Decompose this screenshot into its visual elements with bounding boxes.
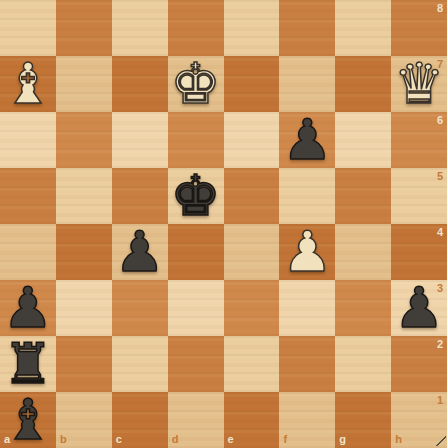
- square-f8[interactable]: [279, 0, 335, 56]
- black-pawn-piece[interactable]: ♟: [0, 280, 56, 336]
- square-f4[interactable]: ♟: [279, 224, 335, 280]
- square-h6[interactable]: 6: [391, 112, 447, 168]
- square-g8[interactable]: [335, 0, 391, 56]
- rank-label-6: 6: [437, 115, 443, 126]
- rank-label-2: 2: [437, 339, 443, 350]
- square-a6[interactable]: [0, 112, 56, 168]
- black-pawn-piece[interactable]: ♟: [391, 280, 447, 336]
- square-e1[interactable]: e: [224, 392, 280, 448]
- square-b1[interactable]: b: [56, 392, 112, 448]
- square-a7[interactable]: ♝: [0, 56, 56, 112]
- square-e8[interactable]: [224, 0, 280, 56]
- square-d5[interactable]: ♚: [168, 168, 224, 224]
- black-king-piece[interactable]: ♚: [168, 168, 224, 224]
- rank-label-8: 8: [437, 3, 443, 14]
- rank-label-5: 5: [437, 171, 443, 182]
- square-b2[interactable]: [56, 336, 112, 392]
- white-bishop-piece[interactable]: ♝: [0, 56, 56, 112]
- file-label-b: b: [60, 434, 67, 445]
- square-h4[interactable]: 4: [391, 224, 447, 280]
- square-f1[interactable]: f: [279, 392, 335, 448]
- square-d6[interactable]: [168, 112, 224, 168]
- square-h8[interactable]: 8: [391, 0, 447, 56]
- square-h7[interactable]: ♛7: [391, 56, 447, 112]
- square-a8[interactable]: [0, 0, 56, 56]
- file-label-c: c: [116, 434, 122, 445]
- square-a3[interactable]: ♟: [0, 280, 56, 336]
- square-h2[interactable]: 2: [391, 336, 447, 392]
- square-h5[interactable]: 5: [391, 168, 447, 224]
- square-e7[interactable]: [224, 56, 280, 112]
- square-d4[interactable]: [168, 224, 224, 280]
- square-d7[interactable]: ♚: [168, 56, 224, 112]
- black-pawn-piece[interactable]: ♟: [279, 112, 335, 168]
- file-label-f: f: [283, 434, 287, 445]
- file-label-g: g: [339, 434, 346, 445]
- square-g7[interactable]: [335, 56, 391, 112]
- square-e6[interactable]: [224, 112, 280, 168]
- square-g2[interactable]: [335, 336, 391, 392]
- square-e5[interactable]: [224, 168, 280, 224]
- black-rook-piece[interactable]: ♜: [0, 336, 56, 392]
- square-b7[interactable]: [56, 56, 112, 112]
- rank-label-1: 1: [437, 395, 443, 406]
- square-g1[interactable]: g: [335, 392, 391, 448]
- square-d2[interactable]: [168, 336, 224, 392]
- square-b6[interactable]: [56, 112, 112, 168]
- square-e2[interactable]: [224, 336, 280, 392]
- square-c6[interactable]: [112, 112, 168, 168]
- square-e4[interactable]: [224, 224, 280, 280]
- square-a5[interactable]: [0, 168, 56, 224]
- file-label-e: e: [228, 434, 234, 445]
- square-b3[interactable]: [56, 280, 112, 336]
- square-f5[interactable]: [279, 168, 335, 224]
- square-a2[interactable]: ♜: [0, 336, 56, 392]
- square-d3[interactable]: [168, 280, 224, 336]
- file-label-d: d: [172, 434, 179, 445]
- square-c7[interactable]: [112, 56, 168, 112]
- square-d1[interactable]: d: [168, 392, 224, 448]
- square-c2[interactable]: [112, 336, 168, 392]
- square-c3[interactable]: [112, 280, 168, 336]
- black-bishop-piece[interactable]: ♝: [0, 392, 56, 448]
- white-queen-piece[interactable]: ♛: [391, 56, 447, 112]
- square-d8[interactable]: [168, 0, 224, 56]
- square-e3[interactable]: [224, 280, 280, 336]
- square-h1[interactable]: 1h: [391, 392, 447, 448]
- square-f2[interactable]: [279, 336, 335, 392]
- square-g6[interactable]: [335, 112, 391, 168]
- square-a4[interactable]: [0, 224, 56, 280]
- square-c5[interactable]: [112, 168, 168, 224]
- white-king-piece[interactable]: ♚: [168, 56, 224, 112]
- square-f6[interactable]: ♟: [279, 112, 335, 168]
- square-f3[interactable]: [279, 280, 335, 336]
- square-a1[interactable]: ♝a: [0, 392, 56, 448]
- white-pawn-piece[interactable]: ♟: [279, 224, 335, 280]
- square-g4[interactable]: [335, 224, 391, 280]
- square-c1[interactable]: c: [112, 392, 168, 448]
- square-c8[interactable]: [112, 0, 168, 56]
- rank-label-4: 4: [437, 227, 443, 238]
- square-b5[interactable]: [56, 168, 112, 224]
- black-pawn-piece[interactable]: ♟: [112, 224, 168, 280]
- file-label-h: h: [395, 434, 402, 445]
- square-b4[interactable]: [56, 224, 112, 280]
- square-h3[interactable]: ♟3: [391, 280, 447, 336]
- chess-board: 8♝♚♛7♟6♚5♟♟4♟♟3♜2♝abcdefg1h: [0, 0, 447, 448]
- square-f7[interactable]: [279, 56, 335, 112]
- square-g3[interactable]: [335, 280, 391, 336]
- square-g5[interactable]: [335, 168, 391, 224]
- square-c4[interactable]: ♟: [112, 224, 168, 280]
- square-b8[interactable]: [56, 0, 112, 56]
